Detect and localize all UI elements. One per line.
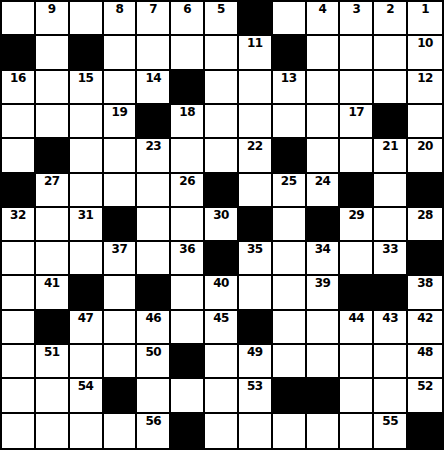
clue-number-54: 54 <box>70 379 102 393</box>
clue-number-55: 55 <box>374 414 406 428</box>
cell-r6c3[interactable] <box>70 174 104 208</box>
cell-r9c10[interactable]: 39 <box>307 276 341 310</box>
clue-number-12: 12 <box>408 71 442 85</box>
block-cell-r7c4 <box>104 208 138 242</box>
cell-r11c12[interactable] <box>374 345 408 379</box>
clue-number-8: 8 <box>104 2 136 16</box>
clue-number-21: 21 <box>374 139 406 153</box>
cell-r11c11[interactable] <box>340 345 374 379</box>
cell-r4c6[interactable]: 18 <box>171 105 205 139</box>
clue-number-20: 20 <box>408 139 442 153</box>
cell-r1c10[interactable]: 4 <box>307 2 341 36</box>
block-cell-r8c13 <box>408 242 442 276</box>
cell-r8c3[interactable] <box>70 242 104 276</box>
cell-r10c6[interactable] <box>171 311 205 345</box>
cell-r13c2[interactable] <box>36 414 70 448</box>
cell-r2c2[interactable] <box>36 36 70 70</box>
clue-number-39: 39 <box>307 276 339 290</box>
cell-r13c5[interactable]: 56 <box>137 414 171 448</box>
clue-number-52: 52 <box>408 379 442 393</box>
cell-r10c9[interactable] <box>273 311 307 345</box>
cell-r11c9[interactable] <box>273 345 307 379</box>
cell-r4c8[interactable] <box>239 105 273 139</box>
cell-r8c6[interactable]: 36 <box>171 242 205 276</box>
block-cell-r9c12 <box>374 276 408 310</box>
block-cell-r12c9 <box>273 379 307 413</box>
clue-number-31: 31 <box>70 208 102 222</box>
clue-number-11: 11 <box>239 36 271 50</box>
cell-r7c11[interactable]: 29 <box>340 208 374 242</box>
cell-r4c10[interactable] <box>307 105 341 139</box>
cell-r1c5[interactable]: 7 <box>137 2 171 36</box>
cell-r13c8[interactable] <box>239 414 273 448</box>
cell-r9c4[interactable] <box>104 276 138 310</box>
cell-r6c10[interactable]: 24 <box>307 174 341 208</box>
block-cell-r13c6 <box>171 414 205 448</box>
cell-r13c10[interactable] <box>307 414 341 448</box>
cell-r9c13[interactable]: 38 <box>408 276 442 310</box>
block-cell-r7c10 <box>307 208 341 242</box>
cell-r5c11[interactable] <box>340 139 374 173</box>
clue-number-19: 19 <box>104 105 136 119</box>
cell-r11c3[interactable] <box>70 345 104 379</box>
block-cell-r13c13 <box>408 414 442 448</box>
clue-number-37: 37 <box>104 242 136 256</box>
clue-number-32: 32 <box>2 208 34 222</box>
cell-r11c2[interactable]: 51 <box>36 345 70 379</box>
clue-number-30: 30 <box>205 208 237 222</box>
block-cell-r9c5 <box>137 276 171 310</box>
cell-r10c5[interactable]: 46 <box>137 311 171 345</box>
cell-r13c9[interactable] <box>273 414 307 448</box>
cell-r7c12[interactable] <box>374 208 408 242</box>
clue-number-4: 4 <box>307 2 339 16</box>
cell-r8c12[interactable]: 33 <box>374 242 408 276</box>
cell-r1c1[interactable] <box>2 2 36 36</box>
cell-r1c4[interactable]: 8 <box>104 2 138 36</box>
block-cell-r2c1 <box>2 36 36 70</box>
cell-r2c5[interactable] <box>137 36 171 70</box>
cell-r9c8[interactable] <box>239 276 273 310</box>
clue-number-18: 18 <box>171 105 203 119</box>
cell-r5c8[interactable]: 22 <box>239 139 273 173</box>
cell-r13c4[interactable] <box>104 414 138 448</box>
cell-r9c7[interactable]: 40 <box>205 276 239 310</box>
clue-number-41: 41 <box>36 276 68 290</box>
cell-r8c4[interactable]: 37 <box>104 242 138 276</box>
clue-number-23: 23 <box>137 139 169 153</box>
cell-r8c9[interactable] <box>273 242 307 276</box>
clue-number-36: 36 <box>171 242 203 256</box>
clue-number-48: 48 <box>408 345 442 359</box>
cell-r8c5[interactable] <box>137 242 171 276</box>
block-cell-r2c3 <box>70 36 104 70</box>
cell-r11c10[interactable] <box>307 345 341 379</box>
cell-r12c11[interactable] <box>340 379 374 413</box>
cell-r12c5[interactable] <box>137 379 171 413</box>
cell-r9c9[interactable] <box>273 276 307 310</box>
cell-r7c13[interactable]: 28 <box>408 208 442 242</box>
cell-r3c10[interactable] <box>307 71 341 105</box>
clue-number-16: 16 <box>2 71 34 85</box>
clue-number-7: 7 <box>137 2 169 16</box>
cell-r12c6[interactable] <box>171 379 205 413</box>
clue-number-6: 6 <box>171 2 203 16</box>
cell-r2c11[interactable] <box>340 36 374 70</box>
cell-r12c8[interactable]: 53 <box>239 379 273 413</box>
cell-r3c13[interactable]: 12 <box>408 71 442 105</box>
clue-number-47: 47 <box>70 311 102 325</box>
cell-r10c11[interactable]: 44 <box>340 311 374 345</box>
block-cell-r6c7 <box>205 174 239 208</box>
cell-r8c8[interactable]: 35 <box>239 242 273 276</box>
block-cell-r4c5 <box>137 105 171 139</box>
clue-number-2: 2 <box>374 2 406 16</box>
cell-r1c13[interactable]: 1 <box>408 2 442 36</box>
cell-r5c4[interactable] <box>104 139 138 173</box>
cell-r2c6[interactable] <box>171 36 205 70</box>
clue-number-25: 25 <box>273 174 305 188</box>
cell-r11c4[interactable] <box>104 345 138 379</box>
block-cell-r2c9 <box>273 36 307 70</box>
cell-r4c13[interactable] <box>408 105 442 139</box>
clue-number-44: 44 <box>340 311 372 325</box>
cell-r6c4[interactable] <box>104 174 138 208</box>
cell-r6c6[interactable]: 26 <box>171 174 205 208</box>
cell-r10c13[interactable]: 42 <box>408 311 442 345</box>
cell-r10c10[interactable] <box>307 311 341 345</box>
cell-r13c7[interactable] <box>205 414 239 448</box>
cell-r2c8[interactable]: 11 <box>239 36 273 70</box>
cell-r9c2[interactable]: 41 <box>36 276 70 310</box>
block-cell-r6c13 <box>408 174 442 208</box>
cell-r5c1[interactable] <box>2 139 36 173</box>
cell-r5c10[interactable] <box>307 139 341 173</box>
cell-r4c4[interactable]: 19 <box>104 105 138 139</box>
clue-number-35: 35 <box>239 242 271 256</box>
cell-r1c6[interactable]: 6 <box>171 2 205 36</box>
clue-number-45: 45 <box>205 311 237 325</box>
clue-number-3: 3 <box>340 2 372 16</box>
cell-r13c12[interactable]: 55 <box>374 414 408 448</box>
block-cell-r8c7 <box>205 242 239 276</box>
cell-r13c11[interactable] <box>340 414 374 448</box>
cell-r1c12[interactable]: 2 <box>374 2 408 36</box>
cell-r3c4[interactable] <box>104 71 138 105</box>
block-cell-r10c2 <box>36 311 70 345</box>
cell-r3c5[interactable]: 14 <box>137 71 171 105</box>
cell-r3c2[interactable] <box>36 71 70 105</box>
cell-r2c12[interactable] <box>374 36 408 70</box>
block-cell-r10c8 <box>239 311 273 345</box>
cell-r3c9[interactable]: 13 <box>273 71 307 105</box>
clue-number-17: 17 <box>340 105 372 119</box>
clue-number-53: 53 <box>239 379 271 393</box>
clue-number-26: 26 <box>171 174 203 188</box>
cell-r11c5[interactable]: 50 <box>137 345 171 379</box>
block-cell-r7c8 <box>239 208 273 242</box>
cell-r12c2[interactable] <box>36 379 70 413</box>
clue-number-5: 5 <box>205 2 237 16</box>
clue-number-15: 15 <box>70 71 102 85</box>
block-cell-r6c11 <box>340 174 374 208</box>
clue-number-34: 34 <box>307 242 339 256</box>
clue-number-56: 56 <box>137 414 169 428</box>
cell-r11c13[interactable]: 48 <box>408 345 442 379</box>
block-cell-r4c12 <box>374 105 408 139</box>
cell-r8c2[interactable] <box>36 242 70 276</box>
cell-r4c3[interactable] <box>70 105 104 139</box>
cell-r1c9[interactable] <box>273 2 307 36</box>
block-cell-r9c11 <box>340 276 374 310</box>
cell-r8c11[interactable] <box>340 242 374 276</box>
cell-r10c4[interactable] <box>104 311 138 345</box>
clue-number-42: 42 <box>408 311 442 325</box>
clue-number-38: 38 <box>408 276 442 290</box>
clue-number-1: 1 <box>408 2 442 16</box>
block-cell-r6c1 <box>2 174 36 208</box>
cell-r12c3[interactable]: 54 <box>70 379 104 413</box>
clue-number-10: 10 <box>408 36 442 50</box>
cell-r5c6[interactable] <box>171 139 205 173</box>
cell-r10c3[interactable]: 47 <box>70 311 104 345</box>
clue-number-9: 9 <box>36 2 68 16</box>
cell-r11c7[interactable] <box>205 345 239 379</box>
clue-number-51: 51 <box>36 345 68 359</box>
cell-r1c2[interactable]: 9 <box>36 2 70 36</box>
cell-r5c13[interactable]: 20 <box>408 139 442 173</box>
clue-number-27: 27 <box>36 174 68 188</box>
cell-r5c7[interactable] <box>205 139 239 173</box>
cell-r11c8[interactable]: 49 <box>239 345 273 379</box>
cell-r3c7[interactable] <box>205 71 239 105</box>
clue-number-22: 22 <box>239 139 271 153</box>
cell-r6c5[interactable] <box>137 174 171 208</box>
cell-r3c1[interactable]: 16 <box>2 71 36 105</box>
cell-r7c5[interactable] <box>137 208 171 242</box>
cell-r1c3[interactable] <box>70 2 104 36</box>
block-cell-r3c6 <box>171 71 205 105</box>
crossword-grid: 9876543211110161514131219181723222120272… <box>0 0 444 450</box>
cell-r7c2[interactable] <box>36 208 70 242</box>
cell-r7c1[interactable]: 32 <box>2 208 36 242</box>
cell-r2c4[interactable] <box>104 36 138 70</box>
block-cell-r12c10 <box>307 379 341 413</box>
clue-number-46: 46 <box>137 311 169 325</box>
clue-number-24: 24 <box>307 174 339 188</box>
block-cell-r12c4 <box>104 379 138 413</box>
cell-r6c9[interactable]: 25 <box>273 174 307 208</box>
cell-r12c13[interactable]: 52 <box>408 379 442 413</box>
cell-r9c1[interactable] <box>2 276 36 310</box>
clue-number-28: 28 <box>408 208 442 222</box>
block-cell-r9c3 <box>70 276 104 310</box>
cell-r13c1[interactable] <box>2 414 36 448</box>
cell-r7c3[interactable]: 31 <box>70 208 104 242</box>
cell-r9c6[interactable] <box>171 276 205 310</box>
cell-r2c10[interactable] <box>307 36 341 70</box>
cell-r6c8[interactable] <box>239 174 273 208</box>
clue-number-49: 49 <box>239 345 271 359</box>
cell-r11c1[interactable] <box>2 345 36 379</box>
block-cell-r5c2 <box>36 139 70 173</box>
block-cell-r5c9 <box>273 139 307 173</box>
cell-r6c2[interactable]: 27 <box>36 174 70 208</box>
cell-r7c9[interactable] <box>273 208 307 242</box>
cell-r10c7[interactable]: 45 <box>205 311 239 345</box>
block-cell-r11c6 <box>171 345 205 379</box>
cell-r13c3[interactable] <box>70 414 104 448</box>
clue-number-14: 14 <box>137 71 169 85</box>
block-cell-r1c8 <box>239 2 273 36</box>
cell-r5c5[interactable]: 23 <box>137 139 171 173</box>
cell-r7c6[interactable] <box>171 208 205 242</box>
crossword-puzzle: 9876543211110161514131219181723222120272… <box>0 0 444 450</box>
cell-r3c12[interactable] <box>374 71 408 105</box>
clue-number-13: 13 <box>273 71 305 85</box>
cell-r8c10[interactable]: 34 <box>307 242 341 276</box>
clue-number-33: 33 <box>374 242 406 256</box>
cell-r12c7[interactable] <box>205 379 239 413</box>
cell-r12c12[interactable] <box>374 379 408 413</box>
clue-number-50: 50 <box>137 345 169 359</box>
cell-r6c12[interactable] <box>374 174 408 208</box>
cell-r1c7[interactable]: 5 <box>205 2 239 36</box>
cell-r3c8[interactable] <box>239 71 273 105</box>
cell-r12c1[interactable] <box>2 379 36 413</box>
cell-r2c13[interactable]: 10 <box>408 36 442 70</box>
cell-r4c11[interactable]: 17 <box>340 105 374 139</box>
cell-r5c12[interactable]: 21 <box>374 139 408 173</box>
cell-r10c1[interactable] <box>2 311 36 345</box>
cell-r10c12[interactable]: 43 <box>374 311 408 345</box>
cell-r7c7[interactable]: 30 <box>205 208 239 242</box>
cell-r4c7[interactable] <box>205 105 239 139</box>
clue-number-40: 40 <box>205 276 237 290</box>
clue-number-29: 29 <box>340 208 372 222</box>
cell-r3c3[interactable]: 15 <box>70 71 104 105</box>
clue-number-43: 43 <box>374 311 406 325</box>
cell-r4c9[interactable] <box>273 105 307 139</box>
cell-r5c3[interactable] <box>70 139 104 173</box>
cell-r4c2[interactable] <box>36 105 70 139</box>
cell-r8c1[interactable] <box>2 242 36 276</box>
cell-r4c1[interactable] <box>2 105 36 139</box>
cell-r3c11[interactable] <box>340 71 374 105</box>
cell-r2c7[interactable] <box>205 36 239 70</box>
cell-r1c11[interactable]: 3 <box>340 2 374 36</box>
